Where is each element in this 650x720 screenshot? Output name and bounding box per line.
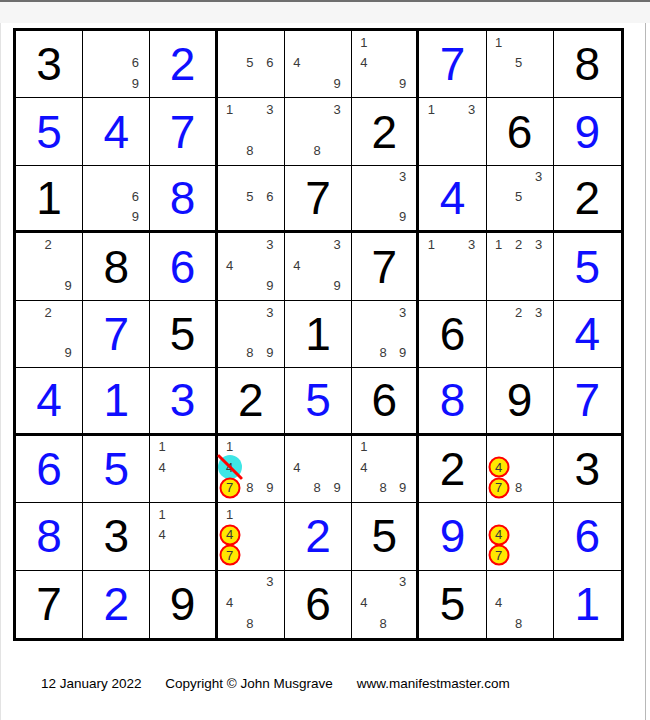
candidate-4: 4 — [220, 255, 240, 275]
cell-r3c8[interactable]: 35 — [487, 166, 554, 233]
cell-r4c8[interactable]: 123 — [487, 233, 554, 300]
cell-r4c4[interactable]: 349 — [218, 233, 285, 300]
candidate-grid: 1489 — [352, 436, 416, 502]
candidate-digit: 1 — [159, 507, 166, 522]
candidate-1: 1 — [421, 99, 441, 119]
given-digit: 5 — [352, 503, 416, 569]
candidate-digit: 3 — [333, 102, 340, 117]
given-digit: 8 — [83, 233, 149, 299]
given-digit: 6 — [487, 98, 553, 164]
candidate-1: 1 — [354, 437, 373, 457]
solved-digit: 5 — [16, 98, 82, 164]
cell-r4c3[interactable]: 6 — [150, 233, 217, 300]
candidate-grid: 69 — [83, 31, 149, 97]
candidate-digit: 5 — [246, 55, 253, 70]
cell-r9c2[interactable]: 2 — [83, 571, 150, 638]
candidate-3: 3 — [393, 167, 412, 187]
cell-r4c5[interactable]: 349 — [285, 233, 352, 300]
candidate-4: 4 — [220, 457, 240, 477]
cell-r4c6[interactable]: 7 — [352, 233, 419, 300]
candidate-digit: 3 — [266, 574, 273, 589]
candidate-7: 7 — [220, 478, 240, 498]
cell-r5c5[interactable]: 1 — [285, 301, 352, 368]
candidate-digit: 4 — [293, 258, 300, 273]
candidate-9: 9 — [260, 478, 280, 498]
cell-r6c5[interactable]: 5 — [285, 368, 352, 435]
candidate-digit: 9 — [399, 345, 406, 360]
given-digit: 2 — [352, 98, 416, 164]
candidate-digit: 6 — [132, 189, 139, 204]
cell-r1c3[interactable]: 2 — [150, 31, 217, 98]
candidate-8: 8 — [240, 478, 260, 498]
candidate-digit: 8 — [246, 480, 253, 495]
candidate-digit: 8 — [380, 616, 387, 631]
candidate-3: 3 — [260, 234, 280, 254]
cell-r4c1[interactable]: 29 — [16, 233, 83, 300]
solved-digit: 5 — [83, 436, 149, 502]
candidate-digit: 8 — [380, 480, 387, 495]
candidate-2: 2 — [38, 302, 58, 322]
cell-r3c7[interactable]: 4 — [419, 166, 486, 233]
cell-r3c3[interactable]: 8 — [150, 166, 217, 233]
candidate-grid: 348 — [352, 571, 416, 638]
cell-r2c5[interactable]: 38 — [285, 98, 352, 165]
candidate-1: 1 — [220, 99, 240, 119]
candidate-5: 5 — [509, 52, 529, 72]
candidate-digit: 1 — [495, 237, 502, 252]
candidate-digit: 8 — [246, 345, 253, 360]
candidate-grid: 13 — [419, 98, 485, 164]
cell-r1c7[interactable]: 7 — [419, 31, 486, 98]
given-digit: 2 — [218, 368, 284, 432]
cell-r9c4[interactable]: 348 — [218, 571, 285, 638]
cell-r9c3[interactable]: 9 — [150, 571, 217, 638]
candidate-3: 3 — [529, 167, 549, 187]
cell-r7c9[interactable]: 3 — [554, 436, 621, 503]
candidate-digit: 6 — [266, 189, 273, 204]
cell-r7c6[interactable]: 1489 — [352, 436, 419, 503]
cell-r5c2[interactable]: 7 — [83, 301, 150, 368]
cell-r4c2[interactable]: 8 — [83, 233, 150, 300]
given-digit: 6 — [352, 368, 416, 432]
candidate-9: 9 — [58, 275, 78, 295]
cell-r4c7[interactable]: 13 — [419, 233, 486, 300]
candidate-grid: 69 — [83, 166, 149, 230]
candidate-digit: 2 — [44, 305, 51, 320]
candidate-digit: 6 — [132, 55, 139, 70]
candidate-5: 5 — [240, 52, 260, 72]
candidate-7: 7 — [489, 478, 509, 498]
cell-r8c2[interactable]: 3 — [83, 503, 150, 570]
given-digit: 6 — [285, 571, 351, 638]
candidate-3: 3 — [529, 234, 549, 254]
candidate-grid: 29 — [16, 233, 82, 299]
cell-r7c4[interactable]: 14789 — [218, 436, 285, 503]
cell-r1c6[interactable]: 149 — [352, 31, 419, 98]
candidate-grid: 349 — [218, 233, 284, 299]
candidate-4: 4 — [489, 457, 509, 477]
candidate-digit: 6 — [266, 55, 273, 70]
candidate-9: 9 — [327, 275, 347, 295]
solved-digit: 3 — [150, 368, 214, 432]
candidate-1: 1 — [489, 32, 509, 52]
cell-r6c3[interactable]: 3 — [150, 368, 217, 435]
cell-r2c7[interactable]: 13 — [419, 98, 486, 165]
cell-r6c7[interactable]: 8 — [419, 368, 486, 435]
solved-digit: 7 — [554, 368, 621, 432]
candidate-grid: 56 — [218, 31, 284, 97]
given-digit: 3 — [83, 503, 149, 569]
candidate-4: 4 — [152, 457, 171, 477]
candidate-8: 8 — [240, 140, 260, 160]
candidate-8: 8 — [374, 343, 393, 363]
candidate-9: 9 — [393, 478, 412, 498]
cell-r9c5[interactable]: 6 — [285, 571, 352, 638]
solved-digit: 7 — [150, 98, 214, 164]
candidate-3: 3 — [393, 572, 412, 593]
candidate-digit: 1 — [495, 35, 502, 50]
candidate-1: 1 — [489, 234, 509, 254]
candidate-digit: 4 — [293, 460, 300, 475]
footer-website: www.manifestmaster.com — [357, 676, 510, 691]
cell-r5c6[interactable]: 389 — [352, 301, 419, 368]
window-right-edge — [645, 23, 646, 720]
candidate-digit: 1 — [360, 35, 367, 50]
cell-r7c3[interactable]: 14 — [150, 436, 217, 503]
candidate-digit: 3 — [399, 305, 406, 320]
cell-r8c6[interactable]: 5 — [352, 503, 419, 570]
given-digit: 9 — [487, 368, 553, 432]
candidate-4: 4 — [354, 52, 373, 72]
cell-r2c1[interactable]: 5 — [16, 98, 83, 165]
candidate-grid: 349 — [285, 233, 351, 299]
candidate-8: 8 — [307, 140, 327, 160]
candidate-grid: 15 — [487, 31, 553, 97]
cell-r5c4[interactable]: 389 — [218, 301, 285, 368]
candidate-digit: 3 — [266, 305, 273, 320]
candidate-digit: 1 — [226, 439, 233, 454]
cell-r5c9[interactable]: 4 — [554, 301, 621, 368]
candidate-6: 6 — [260, 187, 280, 207]
candidate-digit: 2 — [44, 237, 51, 252]
candidate-grid: 35 — [487, 166, 553, 230]
candidate-grid: 39 — [352, 166, 416, 230]
candidate-grid: 478 — [487, 436, 553, 502]
candidate-grid: 29 — [16, 301, 82, 367]
candidate-1: 1 — [421, 234, 441, 254]
candidate-6: 6 — [125, 52, 145, 72]
given-digit: 3 — [554, 436, 621, 502]
candidate-9: 9 — [393, 73, 412, 93]
candidate-3: 3 — [393, 302, 412, 322]
cell-r3c1[interactable]: 1 — [16, 166, 83, 233]
candidate-9: 9 — [393, 343, 412, 363]
candidate-digit: 1 — [159, 439, 166, 454]
candidate-digit: 9 — [132, 76, 139, 91]
cell-r2c2[interactable]: 4 — [83, 98, 150, 165]
given-digit: 7 — [16, 571, 82, 638]
candidate-grid: 13 — [419, 233, 485, 299]
candidate-digit: 4 — [226, 595, 233, 610]
candidate-8: 8 — [240, 613, 260, 634]
candidate-7: 7 — [489, 545, 509, 565]
candidate-digit: 5 — [246, 189, 253, 204]
candidate-3: 3 — [461, 234, 481, 254]
candidate-8: 8 — [509, 478, 529, 498]
candidate-8: 8 — [374, 613, 393, 634]
candidate-digit: 8 — [246, 616, 253, 631]
cell-r5c1[interactable]: 29 — [16, 301, 83, 368]
cell-r9c1[interactable]: 7 — [16, 571, 83, 638]
candidate-digit: 9 — [132, 209, 139, 224]
cell-r2c3[interactable]: 7 — [150, 98, 217, 165]
solved-digit: 2 — [83, 571, 149, 638]
candidate-4: 4 — [489, 592, 509, 613]
candidate-grid: 147 — [218, 503, 284, 569]
cell-r1c9[interactable]: 8 — [554, 31, 621, 98]
candidate-digit: 8 — [313, 143, 320, 158]
candidate-3: 3 — [327, 99, 347, 119]
candidate-digit: 3 — [535, 305, 542, 320]
candidate-9: 9 — [260, 343, 280, 363]
cell-r3c6[interactable]: 39 — [352, 166, 419, 233]
candidate-4: 4 — [287, 457, 307, 477]
cell-r2c9[interactable]: 9 — [554, 98, 621, 165]
cell-r9c9[interactable]: 1 — [554, 571, 621, 638]
candidate-digit: 8 — [515, 616, 522, 631]
candidate-8: 8 — [374, 478, 393, 498]
candidate-1: 1 — [220, 504, 240, 524]
solved-digit: 1 — [83, 368, 149, 432]
candidate-4: 4 — [287, 52, 307, 72]
cell-r7c8[interactable]: 478 — [487, 436, 554, 503]
cell-r7c2[interactable]: 5 — [83, 436, 150, 503]
solved-digit: 6 — [150, 233, 214, 299]
candidate-2: 2 — [509, 234, 529, 254]
candidate-digit: 4 — [226, 258, 233, 273]
candidate-digit: 9 — [333, 480, 340, 495]
candidate-5: 5 — [240, 187, 260, 207]
candidate-1: 1 — [152, 437, 171, 457]
candidate-digit: 1 — [226, 507, 233, 522]
cell-r2c8[interactable]: 6 — [487, 98, 554, 165]
candidate-digit: 7 — [226, 480, 233, 495]
cell-r9c6[interactable]: 348 — [352, 571, 419, 638]
cell-r2c6[interactable]: 2 — [352, 98, 419, 165]
solved-digit: 1 — [554, 571, 621, 638]
candidate-digit: 9 — [333, 76, 340, 91]
candidate-4: 4 — [220, 525, 240, 545]
candidate-9: 9 — [260, 275, 280, 295]
candidate-grid: 56 — [218, 166, 284, 230]
solved-digit: 4 — [16, 368, 82, 432]
cell-r7c7[interactable]: 2 — [419, 436, 486, 503]
candidate-digit: 4 — [495, 595, 502, 610]
cell-r8c8[interactable]: 47 — [487, 503, 554, 570]
solved-digit: 4 — [83, 98, 149, 164]
given-digit: 7 — [285, 166, 351, 230]
candidate-digit: 3 — [468, 102, 475, 117]
cell-r7c1[interactable]: 6 — [16, 436, 83, 503]
candidate-digit: 9 — [333, 278, 340, 293]
candidate-digit: 4 — [495, 460, 502, 475]
candidate-digit: 3 — [266, 102, 273, 117]
candidate-grid: 348 — [218, 571, 284, 638]
solved-digit: 2 — [285, 503, 351, 569]
candidate-4: 4 — [287, 255, 307, 275]
cell-r9c8[interactable]: 48 — [487, 571, 554, 638]
given-digit: 2 — [554, 166, 621, 230]
cell-r6c8[interactable]: 9 — [487, 368, 554, 435]
candidate-grid: 389 — [352, 301, 416, 367]
candidate-3: 3 — [260, 302, 280, 322]
candidate-4: 4 — [220, 592, 240, 613]
cell-r7c5[interactable]: 489 — [285, 436, 352, 503]
candidate-digit: 9 — [65, 278, 72, 293]
sudoku-board: 3692564914971585471383821369169856739435… — [13, 28, 624, 641]
solved-digit: 2 — [150, 31, 214, 97]
solved-digit: 4 — [419, 166, 485, 230]
candidate-8: 8 — [509, 613, 529, 634]
candidate-2: 2 — [38, 234, 58, 254]
candidate-9: 9 — [58, 343, 78, 363]
candidate-digit: 9 — [65, 345, 72, 360]
cell-r4c9[interactable]: 5 — [554, 233, 621, 300]
candidate-grid: 389 — [218, 301, 284, 367]
candidate-digit: 9 — [399, 209, 406, 224]
solved-digit: 7 — [419, 31, 485, 97]
candidate-digit: 8 — [313, 480, 320, 495]
candidate-digit: 7 — [495, 480, 502, 495]
footer-date: 12 January 2022 — [41, 676, 142, 691]
cell-r1c4[interactable]: 56 — [218, 31, 285, 98]
candidate-2: 2 — [509, 302, 529, 322]
cell-r8c9[interactable]: 6 — [554, 503, 621, 570]
candidate-6: 6 — [125, 187, 145, 207]
candidate-9: 9 — [125, 207, 145, 227]
candidate-digit: 1 — [226, 102, 233, 117]
candidate-digit: 9 — [399, 480, 406, 495]
candidate-digit: 3 — [266, 237, 273, 252]
candidate-digit: 1 — [428, 102, 435, 117]
window-top-edge — [0, 0, 650, 23]
cell-r5c7[interactable]: 6 — [419, 301, 486, 368]
candidate-digit: 8 — [515, 480, 522, 495]
candidate-4: 4 — [354, 457, 373, 477]
given-digit: 5 — [419, 571, 485, 638]
candidate-digit: 8 — [246, 143, 253, 158]
solved-digit: 4 — [554, 301, 621, 367]
cell-r3c4[interactable]: 56 — [218, 166, 285, 233]
candidate-7: 7 — [220, 545, 240, 565]
candidate-digit: 4 — [495, 527, 502, 542]
given-digit: 1 — [16, 166, 82, 230]
candidate-digit: 3 — [399, 169, 406, 184]
solved-digit: 6 — [16, 436, 82, 502]
candidate-digit: 9 — [266, 278, 273, 293]
candidate-grid: 123 — [487, 233, 553, 299]
candidate-grid: 49 — [285, 31, 351, 97]
cell-r5c3[interactable]: 5 — [150, 301, 217, 368]
given-digit: 3 — [16, 31, 82, 97]
candidate-digit: 3 — [333, 237, 340, 252]
solved-digit: 5 — [554, 233, 621, 299]
candidate-9: 9 — [327, 73, 347, 93]
cell-r8c7[interactable]: 9 — [419, 503, 486, 570]
candidate-digit: 4 — [226, 527, 233, 542]
candidate-digit: 1 — [360, 439, 367, 454]
candidate-9: 9 — [393, 207, 412, 227]
candidate-grid: 47 — [487, 503, 553, 569]
cell-r5c8[interactable]: 23 — [487, 301, 554, 368]
cell-r3c5[interactable]: 7 — [285, 166, 352, 233]
candidate-4: 4 — [489, 525, 509, 545]
candidate-3: 3 — [327, 234, 347, 254]
given-digit: 2 — [419, 436, 485, 502]
cell-r6c6[interactable]: 6 — [352, 368, 419, 435]
candidate-digit: 7 — [226, 548, 233, 563]
candidate-grid: 48 — [487, 571, 553, 638]
candidate-digit: 8 — [380, 345, 387, 360]
cell-r1c5[interactable]: 49 — [285, 31, 352, 98]
candidate-digit: 4 — [360, 595, 367, 610]
solved-digit: 8 — [419, 368, 485, 432]
cell-r6c1[interactable]: 4 — [16, 368, 83, 435]
cell-r8c4[interactable]: 147 — [218, 503, 285, 570]
candidate-digit: 4 — [360, 460, 367, 475]
candidate-grid: 14 — [150, 436, 214, 502]
cell-r6c4[interactable]: 2 — [218, 368, 285, 435]
candidate-1: 1 — [152, 504, 171, 524]
candidate-3: 3 — [529, 302, 549, 322]
cell-r8c5[interactable]: 2 — [285, 503, 352, 570]
solved-digit: 7 — [83, 301, 149, 367]
cell-r9c7[interactable]: 5 — [419, 571, 486, 638]
candidate-digit: 7 — [495, 548, 502, 563]
solved-digit: 9 — [554, 98, 621, 164]
solved-digit: 8 — [150, 166, 214, 230]
cell-r1c8[interactable]: 15 — [487, 31, 554, 98]
candidate-3: 3 — [260, 572, 280, 593]
cell-r8c3[interactable]: 14 — [150, 503, 217, 570]
cell-r3c2[interactable]: 69 — [83, 166, 150, 233]
candidate-6: 6 — [260, 52, 280, 72]
cell-r1c2[interactable]: 69 — [83, 31, 150, 98]
candidate-1: 1 — [220, 437, 240, 457]
candidate-digit: 9 — [399, 76, 406, 91]
candidate-3: 3 — [260, 99, 280, 119]
page: 3692564914971585471383821369169856739435… — [0, 0, 650, 720]
cell-r6c2[interactable]: 1 — [83, 368, 150, 435]
candidate-5: 5 — [509, 187, 529, 207]
candidate-grid: 489 — [285, 436, 351, 502]
given-digit: 5 — [150, 301, 214, 367]
candidate-4: 4 — [152, 525, 171, 545]
solved-digit: 5 — [285, 368, 351, 432]
cell-r8c1[interactable]: 8 — [16, 503, 83, 570]
candidate-grid: 138 — [218, 98, 284, 164]
solved-digit: 8 — [16, 503, 82, 569]
cell-r1c1[interactable]: 3 — [16, 31, 83, 98]
candidate-grid: 14 — [150, 503, 214, 569]
given-digit: 7 — [352, 233, 416, 299]
candidate-grid: 23 — [487, 301, 553, 367]
candidate-grid: 149 — [352, 31, 416, 97]
cell-r3c9[interactable]: 2 — [554, 166, 621, 233]
window-left-edge — [0, 23, 1, 720]
cell-r2c4[interactable]: 138 — [218, 98, 285, 165]
cell-r6c9[interactable]: 7 — [554, 368, 621, 435]
